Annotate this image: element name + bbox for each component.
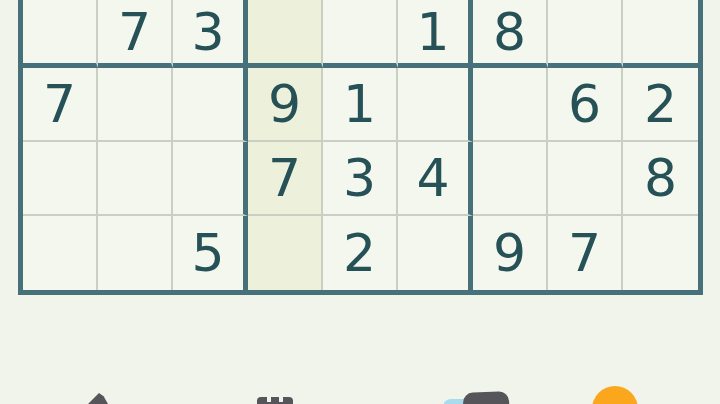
cell-r7c1[interactable]: 7 <box>23 68 98 142</box>
cell-r8c9[interactable]: 8 <box>623 142 698 216</box>
cell-r8c1[interactable] <box>23 142 98 216</box>
cell-r7c6[interactable] <box>398 68 473 142</box>
erase-icon[interactable] <box>257 397 293 404</box>
cell-r9c4[interactable] <box>248 216 323 290</box>
eraser-notch-left <box>267 397 271 402</box>
cell-r6c6[interactable]: 1 <box>398 0 473 68</box>
cell-r6c2[interactable]: 7 <box>98 0 173 68</box>
cell-r7c5[interactable]: 1 <box>323 68 398 142</box>
cell-r8c4[interactable]: 7 <box>248 142 323 216</box>
sudoku-board: 73187916273485297 <box>18 0 703 295</box>
cell-r6c1[interactable] <box>23 0 98 68</box>
undo-icon[interactable] <box>88 393 108 404</box>
pencil-icon[interactable] <box>463 391 509 404</box>
cell-r7c2[interactable] <box>98 68 173 142</box>
cell-r9c6[interactable] <box>398 216 473 290</box>
cell-r9c1[interactable] <box>23 216 98 290</box>
cell-r9c2[interactable] <box>98 216 173 290</box>
cell-r7c8[interactable]: 6 <box>548 68 623 142</box>
cell-r7c3[interactable] <box>173 68 248 142</box>
cell-r9c3[interactable]: 5 <box>173 216 248 290</box>
eraser-notch-right <box>279 397 283 402</box>
cell-r8c5[interactable]: 3 <box>323 142 398 216</box>
cell-r8c3[interactable] <box>173 142 248 216</box>
cell-r7c9[interactable]: 2 <box>623 68 698 142</box>
cell-r6c5[interactable] <box>323 0 398 68</box>
cell-r8c6[interactable]: 4 <box>398 142 473 216</box>
cell-r8c2[interactable] <box>98 142 173 216</box>
hint-icon[interactable] <box>592 386 638 404</box>
sudoku-grid: 73187916273485297 <box>23 0 698 290</box>
cell-r8c7[interactable] <box>473 142 548 216</box>
cell-r6c3[interactable]: 3 <box>173 0 248 68</box>
cell-r7c4[interactable]: 9 <box>248 68 323 142</box>
cell-r6c8[interactable] <box>548 0 623 68</box>
cell-r9c5[interactable]: 2 <box>323 216 398 290</box>
cell-r6c7[interactable]: 8 <box>473 0 548 68</box>
cell-r7c7[interactable] <box>473 68 548 142</box>
cell-r8c8[interactable] <box>548 142 623 216</box>
cell-r9c7[interactable]: 9 <box>473 216 548 290</box>
cell-r9c9[interactable] <box>623 216 698 290</box>
cell-r6c9[interactable] <box>623 0 698 68</box>
cell-r9c8[interactable]: 7 <box>548 216 623 290</box>
cell-r6c4[interactable] <box>248 0 323 68</box>
